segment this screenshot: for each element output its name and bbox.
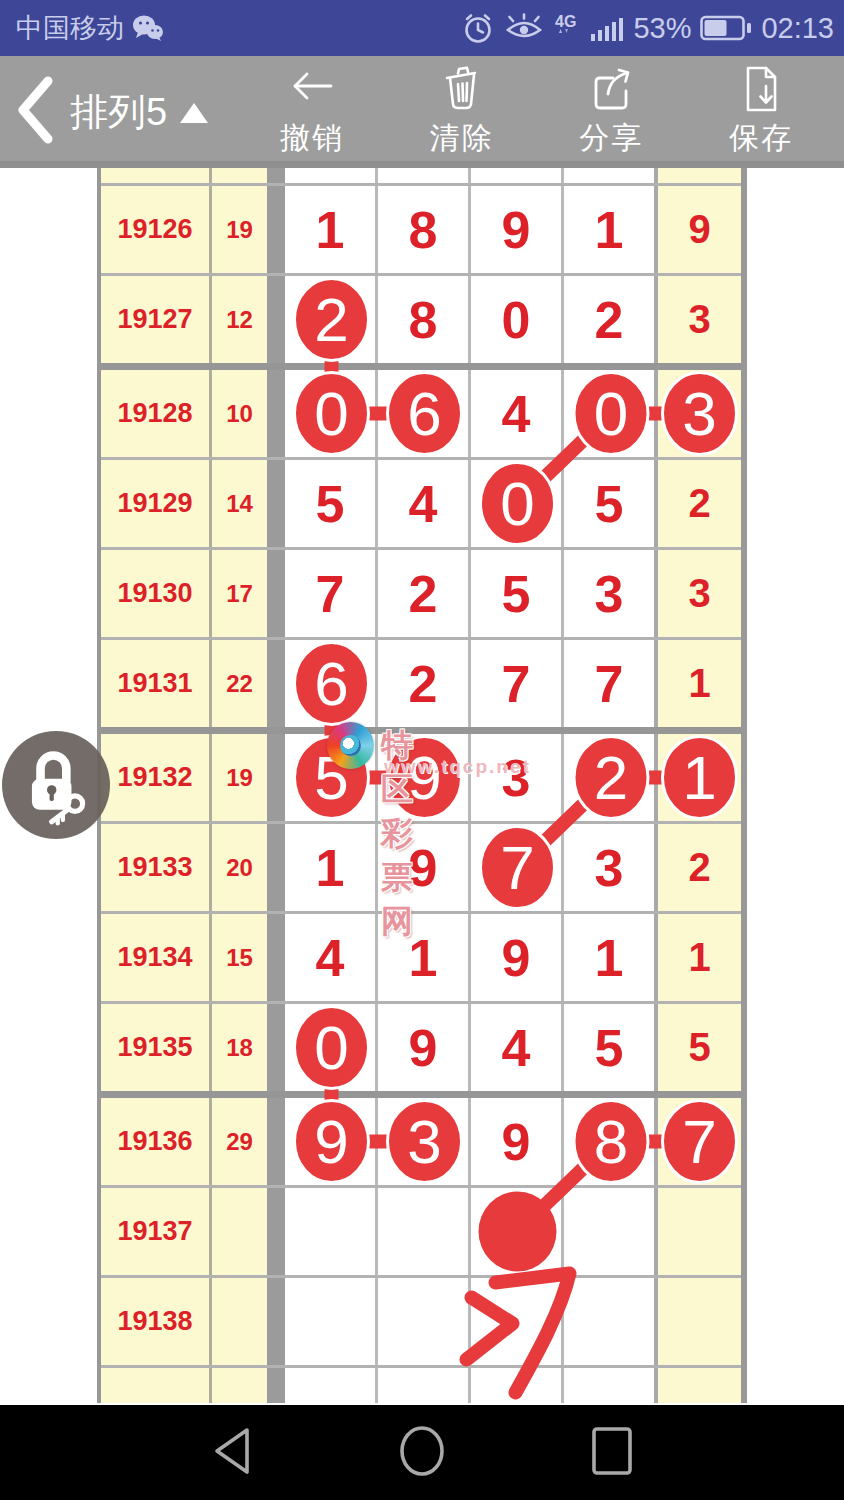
digit-cell[interactable]: 2	[378, 550, 471, 637]
undo-label: 撤销	[280, 118, 344, 159]
digit-cell[interactable]	[285, 1278, 378, 1365]
clear-button[interactable]: 清除	[412, 66, 512, 159]
table-row: 191351809455	[101, 1004, 741, 1098]
digit-cell[interactable]: 2	[285, 276, 378, 363]
digit-cell[interactable]: 4	[378, 460, 471, 547]
digit-cell[interactable]	[285, 1188, 378, 1275]
table-row: 191301772533	[101, 550, 741, 640]
digit-cell[interactable]: 2	[564, 734, 658, 821]
period-cell: 19132	[101, 734, 212, 821]
digit-cell[interactable]	[564, 1188, 658, 1275]
digit-cell[interactable]: 7	[471, 824, 564, 911]
period-cell: 19127	[101, 276, 212, 363]
digit-cell[interactable]	[378, 1188, 471, 1275]
table-row: 191312262771	[101, 640, 741, 734]
chevron-left-icon	[15, 75, 55, 149]
alarm-icon	[461, 11, 495, 45]
table-row: 191321959321	[101, 734, 741, 824]
digit-cell[interactable]: 9	[285, 1098, 378, 1185]
period-cell: 19138	[101, 1278, 212, 1365]
digit-cell	[285, 168, 378, 183]
digit-cell[interactable]: 8	[378, 276, 471, 363]
padlock-with-key-icon	[13, 740, 99, 830]
trend-table: 1912619189191912712280231912810064031912…	[97, 168, 747, 1403]
digit-cell[interactable]: 2	[564, 276, 658, 363]
period-cell: 19134	[101, 914, 212, 1001]
battery-percent: 53%	[633, 12, 691, 45]
eye-protection-icon	[504, 12, 544, 44]
digit-cell	[471, 168, 564, 183]
digit-cell[interactable]: 5	[564, 1004, 658, 1091]
page-title: 排列5	[70, 87, 167, 138]
digit-cell	[564, 1368, 658, 1403]
undo-button[interactable]: 撤销	[262, 66, 362, 159]
dropdown-triangle-icon	[179, 91, 209, 134]
digit-cell[interactable]: 5	[285, 734, 378, 821]
digit-cell[interactable]: 0	[285, 1004, 378, 1091]
digit-cell	[564, 168, 658, 183]
digit-cell[interactable]: 9	[378, 824, 471, 911]
recents-square-icon	[589, 1425, 635, 1481]
app-screen: 中国移动	[0, 0, 844, 1500]
sum-cell: 18	[212, 1004, 285, 1091]
signal-bars-icon	[590, 12, 624, 44]
table-row	[101, 1368, 741, 1403]
sum-cell: 12	[212, 276, 285, 363]
digit-cell[interactable]: 3	[564, 824, 658, 911]
period-cell: 19135	[101, 1004, 212, 1091]
digit-cell[interactable]: 1	[564, 914, 658, 1001]
sum-cell: 10	[212, 370, 285, 457]
sum-cell	[212, 1188, 285, 1275]
tail-cell[interactable]: 3	[658, 276, 741, 363]
sum-cell: 20	[212, 824, 285, 911]
table-row: 191362993987	[101, 1098, 741, 1188]
sum-cell	[212, 1278, 285, 1365]
sum-cell: 19	[212, 734, 285, 821]
table-row: 191291454052	[101, 460, 741, 550]
digit-cell[interactable]: 3	[471, 734, 564, 821]
save-button[interactable]: 保存	[711, 66, 811, 159]
digit-cell[interactable]: 9	[378, 734, 471, 821]
table-row: 191271228023	[101, 276, 741, 370]
digit-cell[interactable]: 2	[378, 640, 471, 727]
digit-cell[interactable]	[471, 1188, 564, 1275]
back-button[interactable]	[0, 56, 70, 168]
digit-cell[interactable]: 5	[285, 460, 378, 547]
back-triangle-icon	[209, 1426, 255, 1480]
table-row: 19137	[101, 1188, 741, 1278]
table-row: 191341541911	[101, 914, 741, 1004]
table-row	[101, 168, 741, 186]
toolbar: 排列5 撤销	[0, 56, 844, 168]
nav-recents-button[interactable]	[552, 1405, 672, 1500]
sum-cell: 14	[212, 460, 285, 547]
tail-cell[interactable]: 1	[658, 914, 741, 1001]
save-icon	[736, 66, 786, 116]
tail-cell[interactable]: 2	[658, 460, 741, 547]
digit-cell[interactable]: 3	[378, 1098, 471, 1185]
wechat-icon	[132, 14, 164, 42]
digit-cell[interactable]: 9	[471, 186, 564, 273]
period-cell: 19128	[101, 370, 212, 457]
trash-icon	[437, 66, 487, 116]
period-cell: 19133	[101, 824, 212, 911]
android-nav-bar	[0, 1405, 844, 1500]
carrier-label: 中国移动	[16, 10, 124, 46]
table-row: 191261918919	[101, 186, 741, 276]
tail-cell[interactable]	[658, 1188, 741, 1275]
digit-cell[interactable]: 0	[471, 460, 564, 547]
digit-cell[interactable]: 6	[378, 370, 471, 457]
battery-icon	[700, 13, 752, 43]
digit-cell[interactable]: 7	[564, 640, 658, 727]
status-bar: 中国移动	[0, 0, 844, 56]
period-cell: 19136	[101, 1098, 212, 1185]
tail-cell[interactable]: 7	[658, 1098, 741, 1185]
digit-cell[interactable]: 4	[471, 1004, 564, 1091]
arrow-left-icon	[287, 66, 337, 116]
digit-cell[interactable]: 9	[471, 1098, 564, 1185]
period-cell	[101, 1368, 212, 1403]
digit-cell[interactable]: 1	[564, 186, 658, 273]
table-row: 191281006403	[101, 370, 741, 460]
digit-cell[interactable]: 4	[285, 914, 378, 1001]
tail-cell[interactable]: 1	[658, 640, 741, 727]
digit-cell[interactable]: 1	[378, 914, 471, 1001]
digit-cell[interactable]: 0	[471, 276, 564, 363]
digit-cell[interactable]	[378, 1278, 471, 1365]
sum-cell	[212, 1368, 285, 1403]
period-cell	[101, 168, 212, 183]
nav-back-button[interactable]	[172, 1405, 292, 1500]
period-cell: 19131	[101, 640, 212, 727]
tail-cell[interactable]	[658, 1278, 741, 1365]
save-label: 保存	[729, 118, 793, 159]
sum-cell	[212, 168, 285, 183]
share-icon	[586, 66, 636, 116]
table-row: 191332019732	[101, 824, 741, 914]
nav-home-button[interactable]	[362, 1405, 482, 1500]
sum-cell: 17	[212, 550, 285, 637]
tail-cell[interactable]: 3	[658, 370, 741, 457]
digit-cell	[378, 1368, 471, 1403]
digit-cell[interactable]: 1	[285, 824, 378, 911]
digit-cell[interactable]	[471, 1278, 564, 1365]
digit-cell[interactable]: 4	[471, 370, 564, 457]
digit-cell[interactable]: 9	[378, 1004, 471, 1091]
home-circle-icon	[397, 1424, 447, 1482]
share-label: 分享	[579, 118, 643, 159]
digit-cell[interactable]: 0	[285, 370, 378, 457]
tail-cell[interactable]: 3	[658, 550, 741, 637]
trend-chart-area: 1912619189191912712280231912810064031912…	[0, 168, 844, 1405]
digit-cell[interactable]: 8	[564, 1098, 658, 1185]
digit-cell[interactable]: 5	[471, 550, 564, 637]
sum-cell: 15	[212, 914, 285, 1001]
digit-cell[interactable]: 7	[471, 640, 564, 727]
tail-cell	[658, 168, 741, 183]
share-button[interactable]: 分享	[561, 66, 661, 159]
digit-cell	[285, 1368, 378, 1403]
digit-cell[interactable]: 0	[564, 370, 658, 457]
period-cell: 19129	[101, 460, 212, 547]
digit-cell[interactable]: 3	[564, 550, 658, 637]
digit-cell[interactable]: 8	[378, 186, 471, 273]
digit-cell[interactable]	[564, 1278, 658, 1365]
period-cell: 19126	[101, 186, 212, 273]
period-cell: 19130	[101, 550, 212, 637]
lock-toggle-button[interactable]	[2, 731, 110, 839]
digit-cell[interactable]: 7	[285, 550, 378, 637]
digit-cell	[378, 168, 471, 183]
svg-text:4G: 4G	[555, 13, 576, 30]
title-dropdown[interactable]: 排列5	[70, 87, 209, 138]
tail-cell[interactable]: 2	[658, 824, 741, 911]
digit-cell[interactable]: 5	[564, 460, 658, 547]
tail-cell[interactable]: 1	[658, 734, 741, 821]
sum-cell: 22	[212, 640, 285, 727]
sum-cell: 19	[212, 186, 285, 273]
period-cell: 19137	[101, 1188, 212, 1275]
tail-cell	[658, 1368, 741, 1403]
clear-label: 清除	[430, 118, 494, 159]
sum-cell: 29	[212, 1098, 285, 1185]
tail-cell[interactable]: 9	[658, 186, 741, 273]
digit-cell[interactable]: 9	[471, 914, 564, 1001]
clock-time: 02:13	[761, 12, 834, 45]
digit-cell	[471, 1368, 564, 1403]
table-row: 19138	[101, 1278, 741, 1368]
tail-cell[interactable]: 5	[658, 1004, 741, 1091]
digit-cell[interactable]: 1	[285, 186, 378, 273]
network-4g-icon: 4G	[553, 11, 581, 45]
digit-cell[interactable]: 6	[285, 640, 378, 727]
